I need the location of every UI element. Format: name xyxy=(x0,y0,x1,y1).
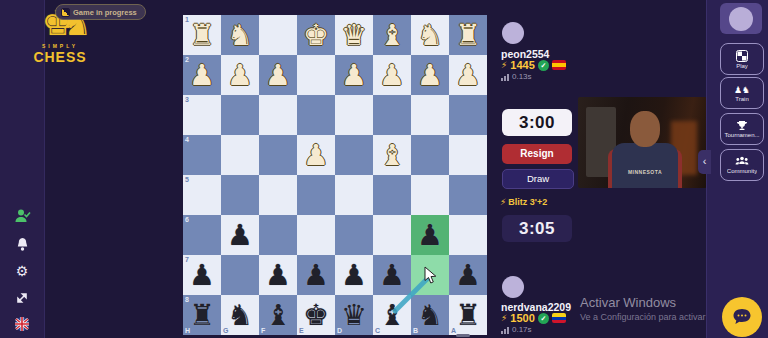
nav-label: Community xyxy=(727,168,757,174)
piece-wP-g2[interactable]: ♟ xyxy=(221,55,259,95)
square-f3[interactable] xyxy=(259,95,297,135)
clock-white: 3:00 xyxy=(502,109,572,136)
train-pieces-icon: ♟♞ xyxy=(734,85,750,95)
square-b6[interactable]: ♟ xyxy=(411,215,449,255)
square-d1[interactable]: ♛ xyxy=(335,15,373,55)
piece-wP-a2[interactable]: ♟ xyxy=(449,55,487,95)
notifications-bell-icon[interactable] xyxy=(0,234,44,254)
piece-bK-e8[interactable]: ♚ xyxy=(297,295,335,335)
piece-bP-b6[interactable]: ♟ xyxy=(411,215,449,255)
square-g8[interactable]: G♞ xyxy=(221,295,259,335)
square-d2[interactable]: ♟ xyxy=(335,55,373,95)
square-f8[interactable]: F♝ xyxy=(259,295,297,335)
online-status-icon[interactable] xyxy=(0,206,44,226)
avatar[interactable] xyxy=(502,22,524,44)
square-c5[interactable] xyxy=(373,175,411,215)
time-control-text: Blitz 3'+2 xyxy=(508,197,547,207)
chat-bubble-icon xyxy=(732,308,752,326)
piece-bP-g6[interactable]: ♟ xyxy=(221,215,259,255)
square-d6[interactable] xyxy=(335,215,373,255)
square-c1[interactable]: ♝ xyxy=(373,15,411,55)
square-a6[interactable] xyxy=(449,215,487,255)
webcam-feed: MINNESOTA xyxy=(578,97,707,188)
square-f2[interactable]: ♟ xyxy=(259,55,297,95)
piece-bB-f8[interactable]: ♝ xyxy=(259,295,297,335)
play-board-icon xyxy=(736,50,748,62)
square-g6[interactable]: ♟ xyxy=(221,215,259,255)
latency-value: 0.13s xyxy=(512,72,532,81)
piece-bP-d7[interactable]: ♟ xyxy=(335,255,373,295)
square-a8[interactable]: A♜ xyxy=(449,295,487,335)
square-c8[interactable]: C♝ xyxy=(373,295,411,335)
piece-wP-c2[interactable]: ♟ xyxy=(373,55,411,95)
nav-tournaments-button[interactable]: Tournamen... xyxy=(720,113,764,145)
square-f4[interactable] xyxy=(259,135,297,175)
square-e8[interactable]: E♚ xyxy=(297,295,335,335)
square-g2[interactable]: ♟ xyxy=(221,55,259,95)
square-e4[interactable]: ♟ xyxy=(297,135,335,175)
trophy-icon xyxy=(736,120,748,131)
chess-board[interactable]: 1♜♞♚♛♝♞♜2♟♟♟♟♟♟♟34♟♝56♟♟7♟♟♟♟♟♟8H♜G♞F♝E♚… xyxy=(183,15,487,335)
piece-bP-h7[interactable]: ♟ xyxy=(183,255,221,295)
verified-badge-icon: ✓ xyxy=(538,313,549,324)
app-window: ♚♞ SIMPLY CHESS ⚙ Game in progress 1♜♞♚♛… xyxy=(0,0,768,338)
square-h1[interactable]: 1♜ xyxy=(183,15,221,55)
piece-wN-b1[interactable]: ♞ xyxy=(411,15,449,55)
square-d5[interactable] xyxy=(335,175,373,215)
webcam-person-body xyxy=(612,143,678,188)
signal-bars-icon xyxy=(501,74,509,81)
square-c2[interactable]: ♟ xyxy=(373,55,411,95)
rating-row-top: ⚡ 1445 ✓ xyxy=(501,59,566,71)
square-d8[interactable]: D♛ xyxy=(335,295,373,335)
square-c3[interactable] xyxy=(373,95,411,135)
piece-bR-a8[interactable]: ♜ xyxy=(449,295,487,335)
square-d4[interactable] xyxy=(335,135,373,175)
avatar xyxy=(729,7,753,31)
avatar[interactable] xyxy=(502,276,524,298)
time-control-label: ⚡ Blitz 3'+2 xyxy=(500,197,547,207)
bolt-icon: ⚡ xyxy=(500,197,506,207)
piece-wR-h1[interactable]: ♜ xyxy=(183,15,221,55)
square-h2[interactable]: 2♟ xyxy=(183,55,221,95)
resign-button[interactable]: Resign xyxy=(502,144,572,164)
scroll-hint xyxy=(456,334,470,337)
piece-wQ-d1[interactable]: ♛ xyxy=(335,15,373,55)
square-f6[interactable] xyxy=(259,215,297,255)
square-g5[interactable] xyxy=(221,175,259,215)
square-b7[interactable] xyxy=(411,255,449,295)
nav-label: Train xyxy=(735,96,748,102)
square-h8[interactable]: 8H♜ xyxy=(183,295,221,335)
piece-bP-e7[interactable]: ♟ xyxy=(297,255,335,295)
piece-bP-c7[interactable]: ♟ xyxy=(373,255,411,295)
square-e2[interactable] xyxy=(297,55,335,95)
piece-bN-g8[interactable]: ♞ xyxy=(221,295,259,335)
latency-row-bottom: 0.17s xyxy=(501,325,532,334)
nav-play-button[interactable]: Play xyxy=(720,43,764,75)
square-d7[interactable]: ♟ xyxy=(335,255,373,295)
square-b2[interactable]: ♟ xyxy=(411,55,449,95)
square-a7[interactable]: ♟ xyxy=(449,255,487,295)
square-b5[interactable] xyxy=(411,175,449,215)
piece-bQ-d8[interactable]: ♛ xyxy=(335,295,373,335)
settings-gear-icon[interactable]: ⚙ xyxy=(0,261,44,281)
square-e3[interactable] xyxy=(297,95,335,135)
rating-row-bottom: ⚡ 1500 ✓ xyxy=(501,312,566,324)
square-h7[interactable]: 7♟ xyxy=(183,255,221,295)
piece-bP-f7[interactable]: ♟ xyxy=(259,255,297,295)
right-sidebar: Play ♟♞ Train Tournamen... Community ‹ xyxy=(706,0,768,338)
rank-label: 3 xyxy=(185,96,189,103)
square-g3[interactable] xyxy=(221,95,259,135)
webcam-shirt-text: MINNESOTA xyxy=(612,169,678,175)
piece-wP-f2[interactable]: ♟ xyxy=(259,55,297,95)
rank-label: 4 xyxy=(185,136,189,143)
piece-wN-g1[interactable]: ♞ xyxy=(221,15,259,55)
square-c6[interactable] xyxy=(373,215,411,255)
square-c7[interactable]: ♟ xyxy=(373,255,411,295)
piece-wP-e4[interactable]: ♟ xyxy=(297,135,335,175)
webcam-person-head xyxy=(630,111,660,147)
bolt-icon: ⚡ xyxy=(501,60,507,70)
rating-value: 1500 xyxy=(510,312,534,324)
draw-button[interactable]: Draw xyxy=(502,169,574,189)
rank-label: 6 xyxy=(185,216,189,223)
square-e5[interactable] xyxy=(297,175,335,215)
rank-label: 5 xyxy=(185,176,189,183)
square-a4[interactable] xyxy=(449,135,487,175)
piece-wR-a1[interactable]: ♜ xyxy=(449,15,487,55)
square-f1[interactable] xyxy=(259,15,297,55)
bolt-icon: ⚡ xyxy=(501,313,507,323)
piece-wP-b2[interactable]: ♟ xyxy=(411,55,449,95)
clock-black: 3:05 xyxy=(502,215,572,242)
mini-board-icon xyxy=(62,9,69,16)
language-uk-flag-icon[interactable] xyxy=(0,314,44,334)
status-badge-label: Game in progress xyxy=(73,8,137,17)
spain-flag-icon xyxy=(552,60,566,70)
chat-bubble-button[interactable] xyxy=(722,297,762,337)
rating-value: 1445 xyxy=(510,59,534,71)
piece-bP-a7[interactable]: ♟ xyxy=(449,255,487,295)
nav-train-button[interactable]: ♟♞ Train xyxy=(720,77,764,109)
piece-wK-e1[interactable]: ♚ xyxy=(297,15,335,55)
square-e7[interactable]: ♟ xyxy=(297,255,335,295)
square-c4[interactable]: ♝ xyxy=(373,135,411,175)
piece-wP-d2[interactable]: ♟ xyxy=(335,55,373,95)
square-h3[interactable]: 3 xyxy=(183,95,221,135)
nav-label: Tournamen... xyxy=(724,132,759,138)
square-a1[interactable]: ♜ xyxy=(449,15,487,55)
user-avatar-button[interactable] xyxy=(720,3,762,34)
square-b1[interactable]: ♞ xyxy=(411,15,449,55)
square-d3[interactable] xyxy=(335,95,373,135)
piece-bR-h8[interactable]: ♜ xyxy=(183,295,221,335)
piece-bN-b8[interactable]: ♞ xyxy=(411,295,449,335)
square-h5[interactable]: 5 xyxy=(183,175,221,215)
square-e6[interactable] xyxy=(297,215,335,255)
fullscreen-icon[interactable] xyxy=(0,288,44,308)
square-f7[interactable]: ♟ xyxy=(259,255,297,295)
verified-badge-icon: ✓ xyxy=(538,60,549,71)
piece-bB-c8[interactable]: ♝ xyxy=(373,295,411,335)
game-status-badge: Game in progress xyxy=(55,4,146,20)
piece-wB-c1[interactable]: ♝ xyxy=(373,15,411,55)
latency-row-top: 0.13s xyxy=(501,72,532,81)
square-h4[interactable]: 4 xyxy=(183,135,221,175)
logo-text-chess: CHESS xyxy=(14,49,106,65)
nav-community-button[interactable]: Community xyxy=(720,149,764,181)
collapse-sidebar-chevron[interactable]: ‹ xyxy=(698,150,711,174)
square-a3[interactable] xyxy=(449,95,487,135)
square-a2[interactable]: ♟ xyxy=(449,55,487,95)
square-f5[interactable] xyxy=(259,175,297,215)
piece-wB-c4[interactable]: ♝ xyxy=(373,135,411,175)
board-grid: 1♜♞♚♛♝♞♜2♟♟♟♟♟♟♟34♟♝56♟♟7♟♟♟♟♟♟8H♜G♞F♝E♚… xyxy=(183,15,487,335)
square-g4[interactable] xyxy=(221,135,259,175)
os-activation-text: Activar Windows xyxy=(580,295,676,310)
piece-wP-h2[interactable]: ♟ xyxy=(183,55,221,95)
square-b8[interactable]: B♞ xyxy=(411,295,449,335)
latency-value: 0.17s xyxy=(512,325,532,334)
square-g7[interactable] xyxy=(221,255,259,295)
square-a5[interactable] xyxy=(449,175,487,215)
square-h6[interactable]: 6 xyxy=(183,215,221,255)
square-g1[interactable]: ♞ xyxy=(221,15,259,55)
square-b3[interactable] xyxy=(411,95,449,135)
square-e1[interactable]: ♚ xyxy=(297,15,335,55)
signal-bars-icon xyxy=(501,327,509,334)
venezuela-flag-icon xyxy=(552,313,566,323)
nav-label: Play xyxy=(736,63,748,69)
square-b4[interactable] xyxy=(411,135,449,175)
community-people-icon xyxy=(735,156,749,167)
